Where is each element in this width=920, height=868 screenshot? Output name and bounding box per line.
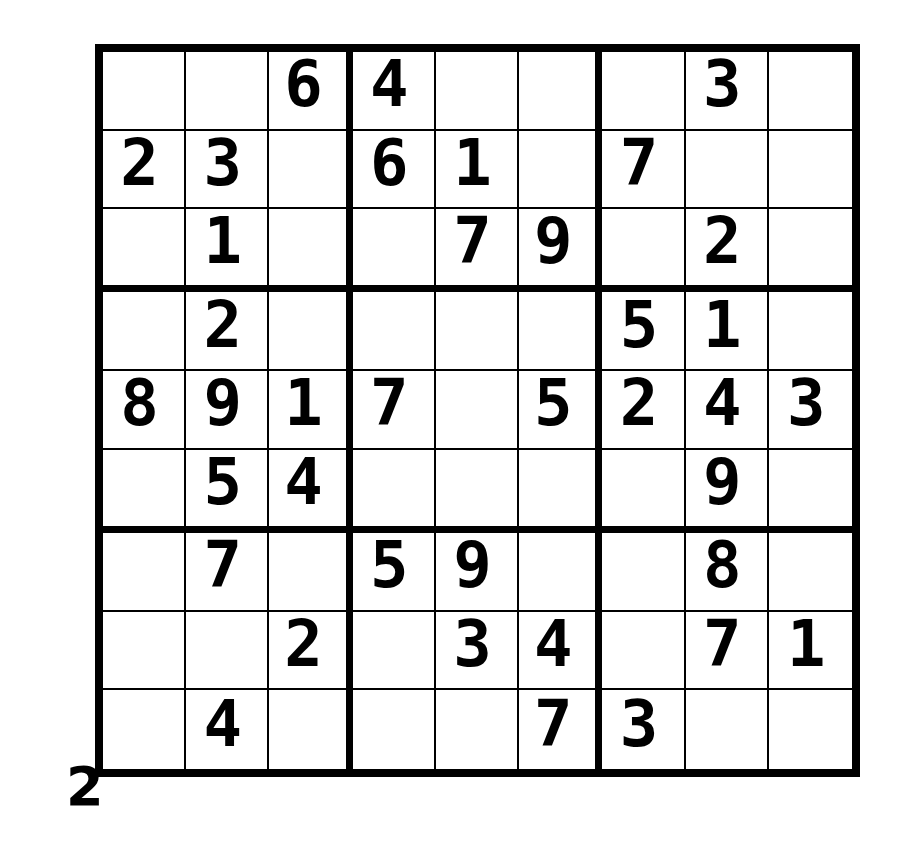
- cell-r4c5[interactable]: [436, 292, 519, 371]
- cell-r9c2[interactable]: 4: [186, 690, 269, 769]
- cell-r7c5[interactable]: 9: [436, 533, 519, 612]
- cell-r7c7[interactable]: [602, 533, 685, 612]
- cell-r3c4[interactable]: [353, 209, 436, 292]
- cell-r1c3[interactable]: 6: [269, 52, 352, 131]
- cell-r7c1[interactable]: [103, 533, 186, 612]
- puzzle-number-label: 2: [66, 760, 104, 814]
- cell-r2c9[interactable]: [769, 131, 852, 210]
- cell-r5c1[interactable]: 8: [103, 371, 186, 450]
- cell-r1c9[interactable]: [769, 52, 852, 131]
- cell-r4c7[interactable]: 5: [602, 292, 685, 371]
- cell-r2c6[interactable]: [519, 131, 602, 210]
- cell-r8c2[interactable]: [186, 612, 269, 691]
- cell-r3c8[interactable]: 2: [686, 209, 769, 292]
- cell-r6c2[interactable]: 5: [186, 450, 269, 533]
- cell-r7c6[interactable]: [519, 533, 602, 612]
- cell-r6c6[interactable]: [519, 450, 602, 533]
- cell-r9c6[interactable]: 7: [519, 690, 602, 769]
- cell-r5c6[interactable]: 5: [519, 371, 602, 450]
- cell-r5c5[interactable]: [436, 371, 519, 450]
- cell-r8c1[interactable]: [103, 612, 186, 691]
- cell-r7c2[interactable]: 7: [186, 533, 269, 612]
- cell-r8c9[interactable]: 1: [769, 612, 852, 691]
- cell-r8c6[interactable]: 4: [519, 612, 602, 691]
- cell-r9c4[interactable]: [353, 690, 436, 769]
- cell-r1c6[interactable]: [519, 52, 602, 131]
- cell-r6c8[interactable]: 9: [686, 450, 769, 533]
- cell-r6c3[interactable]: 4: [269, 450, 352, 533]
- sudoku-page: 64323617179225189175243549759823471473 2: [0, 0, 920, 868]
- cell-r3c6[interactable]: 9: [519, 209, 602, 292]
- cell-r6c9[interactable]: [769, 450, 852, 533]
- cell-r5c4[interactable]: 7: [353, 371, 436, 450]
- cell-r3c3[interactable]: [269, 209, 352, 292]
- cell-r1c1[interactable]: [103, 52, 186, 131]
- cell-r5c3[interactable]: 1: [269, 371, 352, 450]
- cell-r8c8[interactable]: 7: [686, 612, 769, 691]
- cell-r3c9[interactable]: [769, 209, 852, 292]
- cell-r6c5[interactable]: [436, 450, 519, 533]
- cell-r4c9[interactable]: [769, 292, 852, 371]
- cell-r8c4[interactable]: [353, 612, 436, 691]
- cell-r8c3[interactable]: 2: [269, 612, 352, 691]
- cell-r9c7[interactable]: 3: [602, 690, 685, 769]
- cell-r5c7[interactable]: 2: [602, 371, 685, 450]
- cell-r7c4[interactable]: 5: [353, 533, 436, 612]
- cell-r1c2[interactable]: [186, 52, 269, 131]
- cell-r4c6[interactable]: [519, 292, 602, 371]
- cell-r3c5[interactable]: 7: [436, 209, 519, 292]
- cell-r1c5[interactable]: [436, 52, 519, 131]
- cell-r2c2[interactable]: 3: [186, 131, 269, 210]
- cell-r1c8[interactable]: 3: [686, 52, 769, 131]
- cell-r3c1[interactable]: [103, 209, 186, 292]
- cell-r9c8[interactable]: [686, 690, 769, 769]
- cell-r7c3[interactable]: [269, 533, 352, 612]
- cell-r8c7[interactable]: [602, 612, 685, 691]
- cell-r9c3[interactable]: [269, 690, 352, 769]
- cell-r1c7[interactable]: [602, 52, 685, 131]
- cell-r9c1[interactable]: [103, 690, 186, 769]
- cell-r4c1[interactable]: [103, 292, 186, 371]
- cell-r6c1[interactable]: [103, 450, 186, 533]
- cell-r7c8[interactable]: 8: [686, 533, 769, 612]
- cell-r5c2[interactable]: 9: [186, 371, 269, 450]
- cell-r6c7[interactable]: [602, 450, 685, 533]
- cell-r2c5[interactable]: 1: [436, 131, 519, 210]
- cell-r7c9[interactable]: [769, 533, 852, 612]
- cell-r4c4[interactable]: [353, 292, 436, 371]
- cell-r3c7[interactable]: [602, 209, 685, 292]
- cell-r4c3[interactable]: [269, 292, 352, 371]
- sudoku-board: 64323617179225189175243549759823471473: [95, 44, 860, 777]
- cell-r9c5[interactable]: [436, 690, 519, 769]
- cell-r6c4[interactable]: [353, 450, 436, 533]
- cell-r4c8[interactable]: 1: [686, 292, 769, 371]
- cell-r9c9[interactable]: [769, 690, 852, 769]
- cell-r2c1[interactable]: 2: [103, 131, 186, 210]
- cell-r5c8[interactable]: 4: [686, 371, 769, 450]
- cell-r2c4[interactable]: 6: [353, 131, 436, 210]
- cell-r4c2[interactable]: 2: [186, 292, 269, 371]
- cell-r3c2[interactable]: 1: [186, 209, 269, 292]
- cell-r2c7[interactable]: 7: [602, 131, 685, 210]
- cell-r8c5[interactable]: 3: [436, 612, 519, 691]
- cell-r2c3[interactable]: [269, 131, 352, 210]
- cell-r2c8[interactable]: [686, 131, 769, 210]
- cell-r5c9[interactable]: 3: [769, 371, 852, 450]
- cell-r1c4[interactable]: 4: [353, 52, 436, 131]
